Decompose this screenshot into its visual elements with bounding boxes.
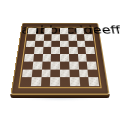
board-squares <box>21 28 99 86</box>
square-h6[interactable] <box>85 40 94 47</box>
chess-board: aabbccddeeffgghh8877665544332211 <box>11 23 110 95</box>
square-e1[interactable] <box>60 77 70 86</box>
square-c2[interactable] <box>41 69 51 77</box>
square-c5[interactable] <box>43 47 52 54</box>
square-d5[interactable] <box>51 47 60 54</box>
square-f3[interactable] <box>69 61 78 69</box>
square-e4[interactable] <box>60 54 69 61</box>
square-h1[interactable] <box>89 77 100 86</box>
square-d4[interactable] <box>51 54 60 61</box>
square-c6[interactable] <box>43 40 52 47</box>
square-f2[interactable] <box>69 69 79 77</box>
square-b1[interactable] <box>31 77 41 86</box>
square-d1[interactable] <box>50 77 60 86</box>
square-e2[interactable] <box>60 69 70 77</box>
square-c3[interactable] <box>42 61 51 69</box>
square-h4[interactable] <box>86 54 96 61</box>
square-d3[interactable] <box>51 61 60 69</box>
square-c1[interactable] <box>40 77 50 86</box>
board-photo: aabbccddeeffgghh8877665544332211 <box>0 0 120 120</box>
board-3d-wrapper: aabbccddeeffgghh8877665544332211 <box>11 23 110 95</box>
square-d6[interactable] <box>51 40 60 47</box>
square-f1[interactable] <box>70 77 80 86</box>
square-h5[interactable] <box>86 47 95 54</box>
square-e6[interactable] <box>60 40 69 47</box>
square-h3[interactable] <box>87 61 97 69</box>
square-d2[interactable] <box>50 69 60 77</box>
square-e5[interactable] <box>60 47 69 54</box>
square-e3[interactable] <box>60 61 69 69</box>
coord-file-top-f: f <box>109 24 120 37</box>
board-edge <box>10 94 110 98</box>
square-h2[interactable] <box>88 69 98 77</box>
square-c4[interactable] <box>42 54 51 61</box>
